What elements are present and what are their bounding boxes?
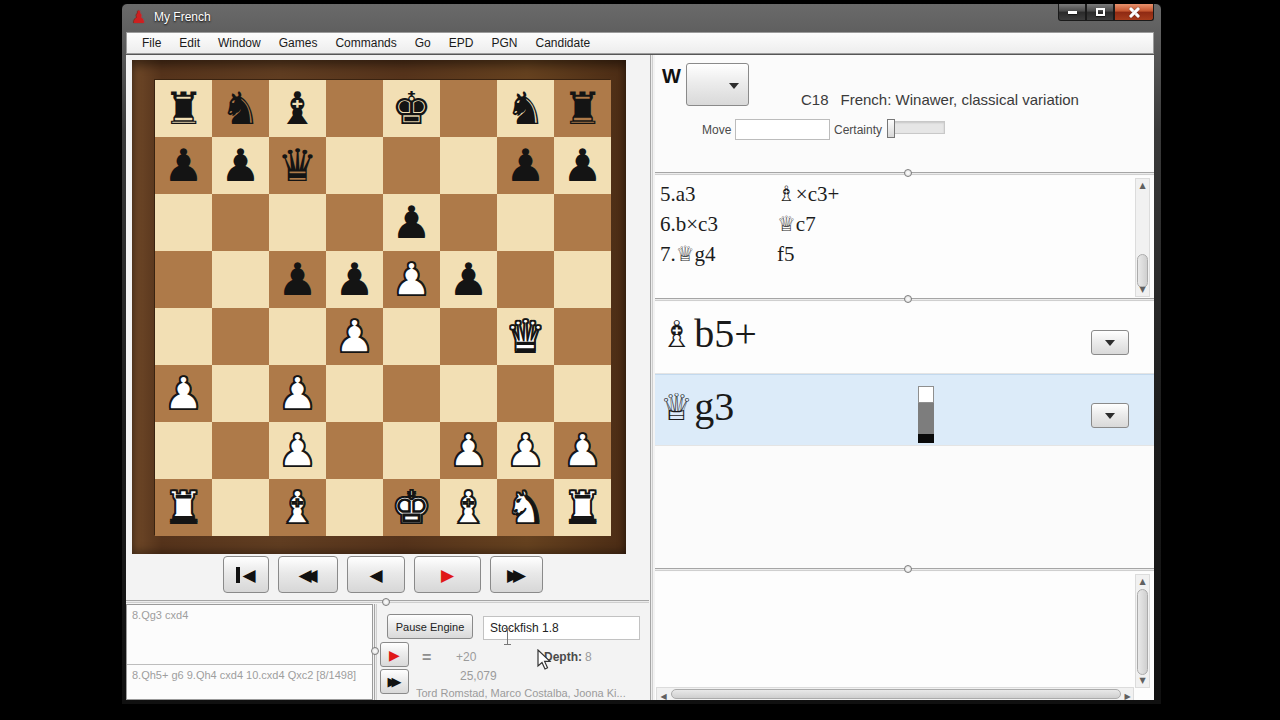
splitter-grip[interactable]: [371, 647, 379, 655]
scroll-left-icon[interactable]: ◀: [657, 690, 670, 700]
analysis-current-line[interactable]: 8.Qg3 cxd4: [127, 605, 372, 661]
move-list-scrollbar[interactable]: ▲ ▼: [1135, 178, 1150, 297]
square-g3[interactable]: [497, 365, 554, 422]
menu-bar: FileEditWindowGamesCommandsGoEPDPGNCandi…: [126, 32, 1154, 54]
maximize-button[interactable]: [1086, 4, 1114, 21]
candidate-b5[interactable]: ♗b5+: [655, 302, 1154, 374]
square-d8[interactable]: [326, 80, 383, 137]
title-bar[interactable]: ♟ My French: [122, 4, 1161, 31]
black-knight-b8: ♞: [220, 80, 260, 137]
square-c3[interactable]: ♟: [269, 365, 326, 422]
back-icon: ◀: [369, 565, 382, 585]
black-pawn-b7: ♟: [220, 137, 260, 194]
engine-fast-forward-button[interactable]: ▶▶: [380, 669, 409, 694]
figurine-icon: ♗: [660, 313, 693, 356]
square-e6[interactable]: ♟: [383, 194, 440, 251]
menu-candidate[interactable]: Candidate: [526, 34, 599, 52]
square-d5[interactable]: ♟: [326, 251, 383, 308]
white-move[interactable]: 6.b×c3: [655, 212, 777, 237]
move-row-3: 7.♕g4f5: [655, 239, 1154, 269]
move-label: Move: [702, 123, 731, 137]
white-pawn-d4: ♟: [334, 308, 374, 365]
square-a1[interactable]: ♜: [155, 479, 212, 536]
square-f6[interactable]: [440, 194, 497, 251]
scroll-right-icon[interactable]: ▶: [1121, 690, 1134, 700]
square-b5[interactable]: [212, 251, 269, 308]
video-frame: ♟ My French FileEditWindowGamesCommandsG…: [0, 0, 1280, 720]
menu-commands[interactable]: Commands: [326, 34, 405, 52]
rewind-button[interactable]: ◀◀: [278, 556, 338, 593]
square-f2[interactable]: ♟: [440, 422, 497, 479]
scroll-thumb[interactable]: [1137, 589, 1148, 675]
red-pawn-icon: ♟: [131, 9, 146, 26]
splitter-grip[interactable]: [904, 295, 912, 303]
depth-value: 8: [585, 650, 592, 664]
right-panel: W C18French: Winawer, classical variatio…: [655, 55, 1154, 700]
square-e2[interactable]: [383, 422, 440, 479]
square-d1[interactable]: [326, 479, 383, 536]
square-d7[interactable]: [326, 137, 383, 194]
square-c4[interactable]: [269, 308, 326, 365]
square-g1[interactable]: ♞: [497, 479, 554, 536]
minimize-button[interactable]: [1058, 4, 1086, 21]
candidate-dropdown-button[interactable]: [1091, 403, 1129, 428]
square-e1[interactable]: ♚: [383, 479, 440, 536]
white-king-e1: ♚: [391, 479, 431, 536]
black-pawn-e6: ♟: [391, 194, 431, 251]
square-d2[interactable]: [326, 422, 383, 479]
window-controls: [1058, 4, 1154, 21]
square-g8[interactable]: ♞: [497, 80, 554, 137]
certainty-label: Certainty: [834, 123, 882, 137]
black-knight-g8: ♞: [505, 80, 545, 137]
candidate-move-square: g3: [694, 383, 734, 430]
certainty-slider[interactable]: [887, 121, 945, 134]
square-e3[interactable]: [383, 365, 440, 422]
square-e7[interactable]: [383, 137, 440, 194]
square-b2[interactable]: [212, 422, 269, 479]
chess-board: ♜♞♝♚♞♜♟♟♛♟♟♟♟♟♟♟♟♛♟♟♟♟♟♟♜♝♚♝♞♜: [154, 79, 610, 535]
white-bishop-f1: ♝: [448, 479, 488, 536]
white-pawn-c2: ♟: [277, 422, 317, 479]
square-d6[interactable]: [326, 194, 383, 251]
square-h6[interactable]: [554, 194, 611, 251]
scroll-up-icon[interactable]: ▲: [1136, 179, 1149, 192]
square-b4[interactable]: [212, 308, 269, 365]
square-b8[interactable]: ♞: [212, 80, 269, 137]
forward-button[interactable]: ▶▶: [490, 556, 543, 593]
candidate-list: ♗b5+♕g3: [655, 302, 1154, 446]
splitter-grip[interactable]: [904, 565, 912, 573]
maximize-icon: [1096, 8, 1105, 16]
square-h8[interactable]: ♜: [554, 80, 611, 137]
scroll-thumb[interactable]: [671, 689, 1121, 699]
menu-pgn[interactable]: PGN: [482, 34, 526, 52]
black-pawn-f5: ♟: [448, 251, 488, 308]
white-pawn-f2: ♟: [448, 422, 488, 479]
square-f1[interactable]: ♝: [440, 479, 497, 536]
white-pawn-c3: ♟: [277, 365, 317, 422]
white-move[interactable]: 5.a3: [655, 182, 777, 207]
square-g5[interactable]: [497, 251, 554, 308]
square-a8[interactable]: ♜: [155, 80, 212, 137]
black-pawn-d5: ♟: [334, 251, 374, 308]
main-content: ♜♞♝♚♞♜♟♟♛♟♟♟♟♟♟♟♟♛♟♟♟♟♟♟♜♝♚♝♞♜ ◀◀◀◀▶▶▶ 8…: [126, 55, 1154, 700]
white-knight-g1: ♞: [505, 479, 545, 536]
notes-scrollbar-vertical[interactable]: ▲ ▼: [1135, 574, 1150, 688]
white-pawn-g2: ♟: [505, 422, 545, 479]
forward-icon: ▶▶: [507, 565, 526, 585]
eval-segment-gray: [918, 403, 934, 434]
square-c1[interactable]: ♝: [269, 479, 326, 536]
black-rook-h8: ♜: [562, 80, 602, 137]
square-c7[interactable]: ♛: [269, 137, 326, 194]
text-cursor: [503, 628, 512, 645]
side-to-move-label: W: [662, 65, 681, 88]
square-b7[interactable]: ♟: [212, 137, 269, 194]
square-h3[interactable]: [554, 365, 611, 422]
menu-edit[interactable]: Edit: [170, 34, 209, 52]
black-queen-c7: ♛: [277, 137, 317, 194]
square-a6[interactable]: [155, 194, 212, 251]
board-navigation: ◀◀◀◀▶▶▶: [223, 556, 543, 593]
black-pawn-a7: ♟: [163, 137, 203, 194]
stop-bar-icon: [236, 567, 240, 583]
square-b1[interactable]: [212, 479, 269, 536]
move-list: 5.a3♗×c3+6.b×c3♕c77.♕g4f5: [655, 176, 1154, 299]
eval-segment-white: [918, 386, 934, 403]
square-g7[interactable]: ♟: [497, 137, 554, 194]
white-pawn-h2: ♟: [562, 422, 602, 479]
opening-name: French: Winawer, classical variation: [841, 91, 1079, 108]
menu-games[interactable]: Games: [270, 34, 327, 52]
mouse-cursor: [537, 649, 553, 671]
app-window: ♟ My French FileEditWindowGamesCommandsG…: [121, 3, 1162, 705]
evaluation-bar: [918, 386, 934, 443]
figurine-icon: ♕: [660, 386, 693, 429]
white-pawn-e5: ♟: [391, 251, 431, 308]
square-f8[interactable]: [440, 80, 497, 137]
square-h4[interactable]: [554, 308, 611, 365]
play-icon: ▶: [389, 647, 400, 663]
white-pawn-a3: ♟: [163, 365, 203, 422]
scroll-down-icon[interactable]: ▼: [1136, 674, 1149, 687]
white-bishop-c1: ♝: [277, 479, 317, 536]
square-a5[interactable]: [155, 251, 212, 308]
scroll-up-icon[interactable]: ▲: [1136, 575, 1149, 588]
black-pawn-c5: ♟: [277, 251, 317, 308]
notes-scrollbar-horizontal[interactable]: ◀ ▶: [656, 687, 1134, 700]
move-row-1: 5.a3♗×c3+: [655, 179, 1154, 209]
white-rook-a1: ♜: [163, 479, 203, 536]
square-f4[interactable]: [440, 308, 497, 365]
back-button[interactable]: ◀: [347, 556, 405, 593]
black-bishop-c8: ♝: [277, 80, 317, 137]
square-g2[interactable]: ♟: [497, 422, 554, 479]
square-a7[interactable]: ♟: [155, 137, 212, 194]
eval-segment-black: [918, 434, 934, 443]
chevron-down-icon: [729, 83, 739, 89]
white-queen-g4: ♛: [505, 308, 545, 365]
square-e8[interactable]: ♚: [383, 80, 440, 137]
square-c8[interactable]: ♝: [269, 80, 326, 137]
scroll-down-icon[interactable]: ▼: [1136, 283, 1149, 296]
play-button[interactable]: ▶: [414, 556, 481, 593]
chevron-down-icon: [1105, 340, 1115, 346]
move-row-2: 6.b×c3♕c7: [655, 209, 1154, 239]
analysis-best-line[interactable]: 8.Qh5+ g6 9.Qh4 cxd4 10.cxd4 Qxc2 [8/149…: [127, 664, 372, 699]
candidate-move-text: ♗b5+: [660, 310, 757, 357]
candidate-dropdown-button[interactable]: [1091, 330, 1129, 355]
square-c2[interactable]: ♟: [269, 422, 326, 479]
square-g6[interactable]: [497, 194, 554, 251]
window-title: My French: [154, 10, 211, 24]
black-king-e8: ♚: [391, 80, 431, 137]
candidate-move-text: ♕g3: [660, 383, 734, 430]
vertical-splitter-main[interactable]: [650, 55, 653, 700]
menu-window[interactable]: Window: [209, 34, 270, 52]
square-h2[interactable]: ♟: [554, 422, 611, 479]
analysis-box: 8.Qg3 cxd4 8.Qh5+ g6 9.Qh4 cxd4 10.cxd4 …: [126, 604, 373, 700]
chevron-down-icon: [1105, 413, 1115, 419]
square-a2[interactable]: [155, 422, 212, 479]
play-icon: ▶: [441, 565, 454, 585]
menu-file[interactable]: File: [133, 34, 170, 52]
black-move[interactable]: ♕c7: [777, 212, 1154, 237]
close-icon: [1129, 7, 1140, 18]
minimize-icon: [1068, 11, 1077, 14]
first-move-icon: ◀: [242, 565, 255, 585]
candidate-g3[interactable]: ♕g3: [655, 374, 1154, 446]
square-d3[interactable]: [326, 365, 383, 422]
splitter-grip[interactable]: [904, 169, 912, 177]
certainty-slider-thumb[interactable]: [887, 119, 895, 138]
square-b6[interactable]: [212, 194, 269, 251]
board-frame: ♜♞♝♚♞♜♟♟♛♟♟♟♟♟♟♟♟♛♟♟♟♟♟♟♜♝♚♝♞♜: [132, 60, 626, 554]
menu-go[interactable]: Go: [406, 34, 440, 52]
black-rook-a8: ♜: [163, 80, 203, 137]
engine-play-button[interactable]: ▶: [380, 642, 409, 667]
pause-engine-button[interactable]: Pause Engine: [387, 614, 473, 639]
square-h1[interactable]: ♜: [554, 479, 611, 536]
piece-dropdown[interactable]: [686, 63, 749, 106]
square-h7[interactable]: ♟: [554, 137, 611, 194]
eval-symbol: =: [422, 649, 431, 667]
black-move[interactable]: f5: [777, 242, 1154, 267]
square-d4[interactable]: ♟: [326, 308, 383, 365]
square-f3[interactable]: [440, 365, 497, 422]
eval-value: +20: [456, 650, 476, 664]
notes-panel: [655, 572, 1154, 700]
splitter-grip[interactable]: [382, 598, 390, 606]
square-c5[interactable]: ♟: [269, 251, 326, 308]
square-g4[interactable]: ♛: [497, 308, 554, 365]
square-e4[interactable]: [383, 308, 440, 365]
menu-epd[interactable]: EPD: [440, 34, 483, 52]
black-pawn-h7: ♟: [562, 137, 602, 194]
square-a3[interactable]: ♟: [155, 365, 212, 422]
square-a4[interactable]: [155, 308, 212, 365]
square-f5[interactable]: ♟: [440, 251, 497, 308]
fast-forward-icon: ▶▶: [388, 674, 402, 689]
close-button[interactable]: [1114, 4, 1154, 21]
white-rook-h1: ♜: [562, 479, 602, 536]
square-b3[interactable]: [212, 365, 269, 422]
square-h5[interactable]: [554, 251, 611, 308]
black-pawn-g7: ♟: [505, 137, 545, 194]
black-move[interactable]: ♗×c3+: [777, 182, 1154, 207]
eco-code: C18: [801, 91, 829, 108]
nodes-count: 25,079: [460, 669, 497, 683]
white-move[interactable]: 7.♕g4: [655, 242, 777, 267]
square-c6[interactable]: [269, 194, 326, 251]
move-input[interactable]: [735, 119, 830, 140]
square-e5[interactable]: ♟: [383, 251, 440, 308]
first-move-button[interactable]: ◀: [223, 556, 269, 593]
rewind-icon: ◀◀: [298, 565, 317, 585]
opening-title: C18French: Winawer, classical variation: [801, 91, 1079, 108]
engine-authors: Tord Romstad, Marco Costalba, Joona Ki..…: [416, 687, 648, 699]
candidate-move-square: b5+: [694, 310, 757, 357]
square-f7[interactable]: [440, 137, 497, 194]
